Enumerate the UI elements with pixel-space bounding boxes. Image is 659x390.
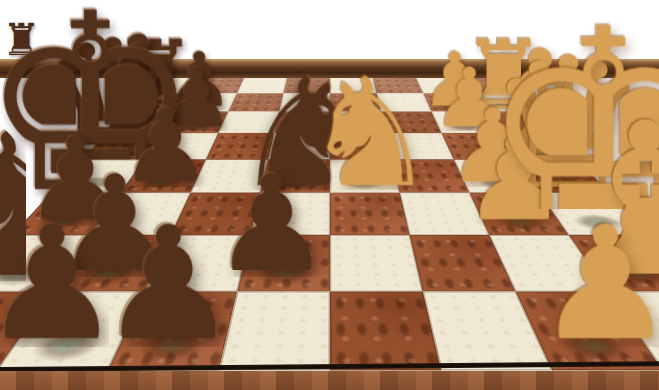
square-e3 [330, 193, 410, 235]
square-e4: ♞ [330, 160, 400, 193]
square-d2: ♟ [237, 235, 330, 291]
chess-board: ♜♟♟♜♝♟♟♛♝♚♟♞♞♟♛♟♟♚♞♟♟♝♟♟♟ [0, 78, 659, 370]
chess-photo: ♜ ♜♟♟♜♝♟♟♛♝♚♟♞♞♟♛♟♟♚♞♟♟♝♟♟♟ [0, 0, 659, 390]
board-scene: ♜♟♟♜♝♟♟♛♝♚♟♞♞♟♛♟♟♚♞♟♟♝♟♟♟ [0, 0, 659, 390]
square-f1 [423, 292, 552, 371]
square-e1 [330, 292, 441, 371]
square-f2 [410, 235, 516, 291]
square-c1: ♟ [108, 292, 237, 371]
board-front-frame [0, 371, 659, 390]
square-e2 [330, 235, 423, 291]
